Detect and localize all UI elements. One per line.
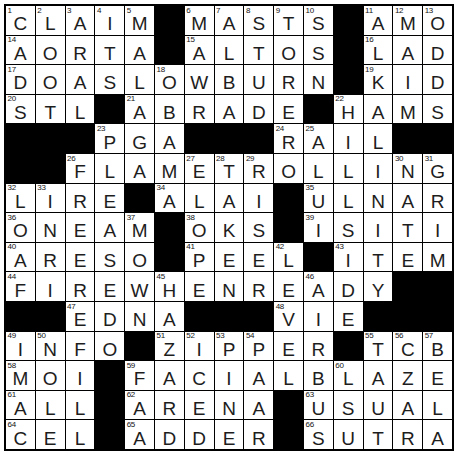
cell-r12c1[interactable]: 49I	[6, 332, 35, 361]
cell-r5c10[interactable]: 24R	[274, 124, 303, 153]
cell-letter: R	[66, 44, 95, 63]
cell-r5c12[interactable]: I	[334, 124, 363, 153]
cell-r12c14[interactable]: 56C	[393, 332, 422, 361]
cell-r13c3[interactable]: I	[66, 361, 95, 390]
cell-letter: W	[125, 281, 154, 300]
cell-r2c9[interactable]: T	[244, 36, 273, 65]
cell-r10c9[interactable]: R	[244, 272, 273, 301]
cell-r12c8[interactable]: 53P	[215, 332, 244, 361]
cell-r5c4[interactable]: 23P	[95, 124, 124, 153]
cell-letter: N	[36, 221, 65, 240]
cell-r14c13[interactable]: U	[364, 391, 393, 420]
cell-r15c7[interactable]: D	[185, 420, 214, 449]
cell-r15c2[interactable]: E	[36, 420, 65, 449]
cell-r4c13[interactable]: A	[364, 95, 393, 124]
block-r5c15	[423, 124, 452, 153]
block-r3c12	[334, 65, 363, 94]
cell-r5c5[interactable]: G	[125, 124, 154, 153]
block-r8c6	[155, 213, 184, 242]
cell-r8c15[interactable]: I	[423, 213, 452, 242]
cell-letter: M	[125, 14, 154, 33]
block-r5c2	[36, 124, 65, 153]
crossword-grid: 1C2L3A4I5M6M7A8S9T10S11A12M13O14AORTA15A…	[4, 4, 454, 451]
cell-r10c8[interactable]: N	[215, 272, 244, 301]
cell-r12c2[interactable]: 50N	[36, 332, 65, 361]
cell-r8c5[interactable]: 37M	[125, 213, 154, 242]
cell-r13c8[interactable]: I	[215, 361, 244, 390]
block-r11c13	[364, 302, 393, 331]
cell-r7c4[interactable]: E	[95, 184, 124, 213]
cell-r1c3[interactable]: 3A	[66, 6, 95, 35]
cell-r6c10[interactable]: O	[274, 154, 303, 183]
cell-r11c12[interactable]: E	[334, 302, 363, 331]
cell-r11c5[interactable]: N	[125, 302, 154, 331]
cell-letter: E	[66, 310, 95, 329]
cell-r4c8[interactable]: A	[215, 95, 244, 124]
cell-r10c10[interactable]: E	[274, 272, 303, 301]
cell-letter: R	[36, 251, 65, 270]
cell-r14c14[interactable]: A	[393, 391, 422, 420]
cell-letter: L	[364, 44, 393, 63]
cell-r3c13[interactable]: 19K	[364, 65, 393, 94]
cell-letter: E	[274, 281, 303, 300]
cell-r2c1[interactable]: 14A	[6, 36, 35, 65]
cell-r2c11[interactable]: S	[304, 36, 333, 65]
cell-letter: L	[95, 162, 124, 181]
cell-r7c13[interactable]: N	[364, 184, 393, 213]
cell-r6c11[interactable]: L	[304, 154, 333, 183]
cell-r3c7[interactable]: W	[185, 65, 214, 94]
cell-letter: E	[95, 281, 124, 300]
cell-r4c3[interactable]: L	[66, 95, 95, 124]
cell-letter: D	[6, 73, 35, 92]
cell-letter: P	[215, 340, 244, 359]
cell-r3c6[interactable]: 18O	[155, 65, 184, 94]
cell-letter: N	[36, 340, 65, 359]
cell-r10c3[interactable]: R	[66, 272, 95, 301]
cell-r1c7[interactable]: 6M	[185, 6, 214, 35]
cell-r14c7[interactable]: E	[185, 391, 214, 420]
cell-letter: T	[393, 221, 422, 240]
cell-r2c15[interactable]: D	[423, 36, 452, 65]
cell-r4c1[interactable]: 20S	[6, 95, 35, 124]
cell-letter: S	[334, 399, 363, 418]
cell-r2c7[interactable]: 15A	[185, 36, 214, 65]
cell-letter: A	[66, 73, 95, 92]
cell-letter: A	[304, 281, 333, 300]
cell-r8c2[interactable]: N	[36, 213, 65, 242]
cell-r10c11[interactable]: 46A	[304, 272, 333, 301]
cell-r14c12[interactable]: S	[334, 391, 363, 420]
cell-r9c8[interactable]: E	[215, 243, 244, 272]
block-r11c14	[393, 302, 422, 331]
cell-r3c2[interactable]: O	[36, 65, 65, 94]
block-r5c3	[66, 124, 95, 153]
cell-r4c2[interactable]: T	[36, 95, 65, 124]
cell-r15c9[interactable]: R	[244, 420, 273, 449]
cell-r8c7[interactable]: 38O	[185, 213, 214, 242]
cell-letter: R	[393, 429, 422, 448]
cell-r7c8[interactable]: A	[215, 184, 244, 213]
cell-r1c10[interactable]: 9T	[274, 6, 303, 35]
cell-letter: F	[6, 281, 35, 300]
cell-r14c2[interactable]: L	[36, 391, 65, 420]
cell-letter: S	[244, 221, 273, 240]
cell-r15c8[interactable]: E	[215, 420, 244, 449]
block-r5c1	[6, 124, 35, 153]
cell-r3c4[interactable]: S	[95, 65, 124, 94]
cell-r7c2[interactable]: 33I	[36, 184, 65, 213]
cell-letter: D	[185, 429, 214, 448]
cell-r7c9[interactable]: I	[244, 184, 273, 213]
cell-r5c11[interactable]: 25A	[304, 124, 333, 153]
cell-r14c3[interactable]: L	[66, 391, 95, 420]
cell-r4c10[interactable]: E	[274, 95, 303, 124]
cell-r2c3[interactable]: R	[66, 36, 95, 65]
cell-r7c6[interactable]: 34A	[155, 184, 184, 213]
cell-letter: E	[423, 369, 452, 388]
cell-r7c1[interactable]: 32L	[6, 184, 35, 213]
cell-r13c7[interactable]: C	[185, 361, 214, 390]
cell-r9c4[interactable]: S	[95, 243, 124, 272]
cell-r3c8[interactable]: B	[215, 65, 244, 94]
cell-r13c13[interactable]: A	[364, 361, 393, 390]
cell-letter: E	[185, 162, 214, 181]
cell-letter: L	[423, 399, 452, 418]
block-r5c9	[244, 124, 273, 153]
cell-r4c6[interactable]: B	[155, 95, 184, 124]
block-r12c5	[125, 332, 154, 361]
block-r6c2	[36, 154, 65, 183]
cell-letter: O	[36, 369, 65, 388]
cell-letter: I	[334, 251, 363, 270]
cell-letter: G	[125, 133, 154, 152]
cell-r15c15[interactable]: A	[423, 420, 452, 449]
block-r5c14	[393, 124, 422, 153]
cell-r1c4[interactable]: 4I	[95, 6, 124, 35]
cell-letter: R	[244, 429, 273, 448]
cell-r9c14[interactable]: E	[393, 243, 422, 272]
cell-r2c8[interactable]: L	[215, 36, 244, 65]
cell-r10c12[interactable]: D	[334, 272, 363, 301]
cell-r6c9[interactable]: 29R	[244, 154, 273, 183]
cell-r13c9[interactable]: A	[244, 361, 273, 390]
cell-r14c15[interactable]: L	[423, 391, 452, 420]
cell-r12c3[interactable]: F	[66, 332, 95, 361]
cell-r2c5[interactable]: A	[125, 36, 154, 65]
cell-r11c11[interactable]: I	[304, 302, 333, 331]
cell-letter: O	[125, 251, 154, 270]
cell-letter: U	[304, 399, 333, 418]
cell-r3c3[interactable]: A	[66, 65, 95, 94]
cell-letter: A	[304, 133, 333, 152]
cell-r10c5[interactable]: W	[125, 272, 154, 301]
cell-r4c14[interactable]: M	[393, 95, 422, 124]
cell-letter: R	[244, 162, 273, 181]
cell-r13c1[interactable]: 58M	[6, 361, 35, 390]
cell-r11c4[interactable]: D	[95, 302, 124, 331]
cell-letter: A	[215, 192, 244, 211]
cell-r12c4[interactable]: O	[95, 332, 124, 361]
cell-letter: L	[334, 369, 363, 388]
cell-letter: F	[66, 162, 95, 181]
cell-r1c5[interactable]: 5M	[125, 6, 154, 35]
cell-r9c12[interactable]: 43I	[334, 243, 363, 272]
cell-letter: I	[393, 73, 422, 92]
cell-r1c15[interactable]: 13O	[423, 6, 452, 35]
cell-letter: I	[6, 340, 35, 359]
cell-r6c14[interactable]: 30N	[393, 154, 422, 183]
cell-letter: R	[423, 192, 452, 211]
cell-r12c11[interactable]: R	[304, 332, 333, 361]
cell-letter: K	[215, 221, 244, 240]
cell-letter: R	[66, 192, 95, 211]
cell-letter: T	[364, 340, 393, 359]
cell-r8c9[interactable]: S	[244, 213, 273, 242]
cell-r8c4[interactable]: A	[95, 213, 124, 242]
cell-r15c6[interactable]: D	[155, 420, 184, 449]
cell-r15c13[interactable]: T	[364, 420, 393, 449]
cell-r15c11[interactable]: 66S	[304, 420, 333, 449]
cell-r8c13[interactable]: I	[364, 213, 393, 242]
cell-r8c11[interactable]: 39I	[304, 213, 333, 242]
cell-r9c7[interactable]: 41P	[185, 243, 214, 272]
cell-letter: N	[304, 73, 333, 92]
cell-letter: A	[244, 369, 273, 388]
cell-letter: H	[334, 103, 363, 122]
cell-r7c7[interactable]: L	[185, 184, 214, 213]
cell-r12c10[interactable]: E	[274, 332, 303, 361]
cell-r1c14[interactable]: 12M	[393, 6, 422, 35]
cell-r15c12[interactable]: U	[334, 420, 363, 449]
block-r2c12	[334, 36, 363, 65]
cell-r2c10[interactable]: O	[274, 36, 303, 65]
cell-r6c7[interactable]: 27E	[185, 154, 214, 183]
cell-letter: E	[95, 192, 124, 211]
cell-r9c10[interactable]: 42L	[274, 243, 303, 272]
cell-letter: A	[364, 14, 393, 33]
cell-letter: M	[423, 251, 452, 270]
block-r11c9	[244, 302, 273, 331]
cell-r10c1[interactable]: 44F	[6, 272, 35, 301]
cell-r7c11[interactable]: 35U	[304, 184, 333, 213]
cell-letter: R	[244, 281, 273, 300]
cell-r12c15[interactable]: 57B	[423, 332, 452, 361]
cell-r9c13[interactable]: T	[364, 243, 393, 272]
cell-r1c11[interactable]: 10S	[304, 6, 333, 35]
cell-r13c10[interactable]: L	[274, 361, 303, 390]
cell-r11c10[interactable]: 48V	[274, 302, 303, 331]
cell-r15c1[interactable]: 64C	[6, 420, 35, 449]
cell-r7c12[interactable]: L	[334, 184, 363, 213]
cell-r1c8[interactable]: 7A	[215, 6, 244, 35]
cell-r13c5[interactable]: 59F	[125, 361, 154, 390]
cell-r6c8[interactable]: 28T	[215, 154, 244, 183]
cell-letter: I	[95, 14, 124, 33]
cell-letter: E	[185, 281, 214, 300]
cell-letter: C	[393, 340, 422, 359]
cell-r9c3[interactable]: E	[66, 243, 95, 272]
cell-r14c11[interactable]: 63U	[304, 391, 333, 420]
block-r5c8	[215, 124, 244, 153]
cell-r14c5[interactable]: 62A	[125, 391, 154, 420]
cell-letter: I	[36, 192, 65, 211]
cell-r2c13[interactable]: 16L	[364, 36, 393, 65]
cell-letter: Z	[393, 369, 422, 388]
cell-letter: I	[364, 221, 393, 240]
cell-r6c5[interactable]: A	[125, 154, 154, 183]
cell-letter: E	[393, 251, 422, 270]
cell-r6c4[interactable]: L	[95, 154, 124, 183]
cell-r6c15[interactable]: 31G	[423, 154, 452, 183]
cell-letter: E	[36, 429, 65, 448]
block-r11c1	[6, 302, 35, 331]
cell-r10c4[interactable]: E	[95, 272, 124, 301]
cell-letter: G	[423, 162, 452, 181]
cell-r9c5[interactable]: O	[125, 243, 154, 272]
cell-r9c15[interactable]: M	[423, 243, 452, 272]
cell-r10c7[interactable]: E	[185, 272, 214, 301]
cell-letter: L	[215, 44, 244, 63]
cell-r12c13[interactable]: 55T	[364, 332, 393, 361]
cell-r4c7[interactable]: R	[185, 95, 214, 124]
cell-letter: S	[304, 14, 333, 33]
cell-letter: O	[185, 221, 214, 240]
cell-r9c2[interactable]: R	[36, 243, 65, 272]
cell-letter: N	[125, 310, 154, 329]
cell-letter: A	[6, 44, 35, 63]
cell-r8c3[interactable]: E	[66, 213, 95, 242]
cell-letter: D	[95, 310, 124, 329]
block-r5c7	[185, 124, 214, 153]
block-r7c10	[274, 184, 303, 213]
cell-r1c1[interactable]: 1C	[6, 6, 35, 35]
cell-r3c11[interactable]: N	[304, 65, 333, 94]
cell-r7c14[interactable]: A	[393, 184, 422, 213]
cell-r7c3[interactable]: R	[66, 184, 95, 213]
cell-r3c15[interactable]: D	[423, 65, 452, 94]
cell-r15c14[interactable]: R	[393, 420, 422, 449]
cell-r13c15[interactable]: E	[423, 361, 452, 390]
cell-r11c6[interactable]: A	[155, 302, 184, 331]
cell-r5c13[interactable]: L	[364, 124, 393, 153]
cell-r13c12[interactable]: 60L	[334, 361, 363, 390]
cell-letter: B	[215, 73, 244, 92]
cell-r8c14[interactable]: T	[393, 213, 422, 242]
cell-letter: E	[66, 251, 95, 270]
cell-r4c9[interactable]: D	[244, 95, 273, 124]
cell-letter: F	[66, 340, 95, 359]
cell-r1c13[interactable]: 11A	[364, 6, 393, 35]
cell-r12c7[interactable]: 52I	[185, 332, 214, 361]
cell-letter: A	[393, 192, 422, 211]
cell-r11c3[interactable]: 47E	[66, 302, 95, 331]
cell-r15c5[interactable]: 65A	[125, 420, 154, 449]
cell-r6c12[interactable]: L	[334, 154, 363, 183]
cell-letter: Z	[155, 340, 184, 359]
cell-r3c14[interactable]: I	[393, 65, 422, 94]
cell-r10c13[interactable]: Y	[364, 272, 393, 301]
cell-letter: E	[185, 399, 214, 418]
cell-r8c8[interactable]: K	[215, 213, 244, 242]
cell-r3c5[interactable]: L	[125, 65, 154, 94]
cell-r14c9[interactable]: A	[244, 391, 273, 420]
cell-r10c6[interactable]: 45H	[155, 272, 184, 301]
cell-r1c2[interactable]: 2L	[36, 6, 65, 35]
cell-r12c9[interactable]: 54P	[244, 332, 273, 361]
cell-letter: T	[215, 162, 244, 181]
cell-letter: B	[304, 369, 333, 388]
cell-letter: C	[185, 369, 214, 388]
cell-letter: L	[185, 192, 214, 211]
cell-r12c6[interactable]: 51Z	[155, 332, 184, 361]
cell-letter: L	[334, 162, 363, 181]
cell-r8c1[interactable]: 36O	[6, 213, 35, 242]
cell-r8c12[interactable]: S	[334, 213, 363, 242]
cell-letter: E	[66, 221, 95, 240]
cell-r4c5[interactable]: 21A	[125, 95, 154, 124]
cell-letter: U	[334, 429, 363, 448]
cell-r4c12[interactable]: 22H	[334, 95, 363, 124]
cell-r9c1[interactable]: 40A	[6, 243, 35, 272]
cell-letter: D	[423, 73, 452, 92]
cell-letter: M	[393, 14, 422, 33]
cell-r14c6[interactable]: R	[155, 391, 184, 420]
cell-r3c1[interactable]: 17D	[6, 65, 35, 94]
cell-letter: A	[66, 14, 95, 33]
cell-letter: S	[304, 44, 333, 63]
cell-r9c9[interactable]: E	[244, 243, 273, 272]
cell-letter: I	[364, 162, 393, 181]
cell-r6c3[interactable]: 26F	[66, 154, 95, 183]
cell-r2c2[interactable]: O	[36, 36, 65, 65]
cell-letter: S	[95, 251, 124, 270]
cell-r2c14[interactable]: A	[393, 36, 422, 65]
cell-r13c11[interactable]: B	[304, 361, 333, 390]
block-r11c7	[185, 302, 214, 331]
block-r7c5	[125, 184, 154, 213]
block-r8c10	[274, 213, 303, 242]
cell-letter: S	[6, 103, 35, 122]
cell-r3c9[interactable]: U	[244, 65, 273, 94]
cell-letter: E	[274, 103, 303, 122]
cell-r6c6[interactable]: M	[155, 154, 184, 183]
cell-letter: D	[334, 281, 363, 300]
cell-letter: L	[334, 192, 363, 211]
cell-r13c6[interactable]: A	[155, 361, 184, 390]
cell-r6c13[interactable]: I	[364, 154, 393, 183]
cell-r5c6[interactable]: A	[155, 124, 184, 153]
cell-r13c14[interactable]: Z	[393, 361, 422, 390]
cell-r4c15[interactable]: S	[423, 95, 452, 124]
cell-letter: U	[304, 192, 333, 211]
cell-letter: T	[364, 251, 393, 270]
cell-r14c8[interactable]: N	[215, 391, 244, 420]
cell-letter: A	[6, 251, 35, 270]
cell-letter: E	[215, 251, 244, 270]
cell-r2c4[interactable]: T	[95, 36, 124, 65]
cell-letter: L	[274, 251, 303, 270]
cell-r1c9[interactable]: 8S	[244, 6, 273, 35]
cell-letter: I	[304, 221, 333, 240]
cell-r14c1[interactable]: 61A	[6, 391, 35, 420]
cell-r3c10[interactable]: R	[274, 65, 303, 94]
cell-r15c3[interactable]: L	[66, 420, 95, 449]
cell-r7c15[interactable]: R	[423, 184, 452, 213]
cell-letter: I	[36, 281, 65, 300]
cell-r10c2[interactable]: I	[36, 272, 65, 301]
cell-r13c2[interactable]: O	[36, 361, 65, 390]
